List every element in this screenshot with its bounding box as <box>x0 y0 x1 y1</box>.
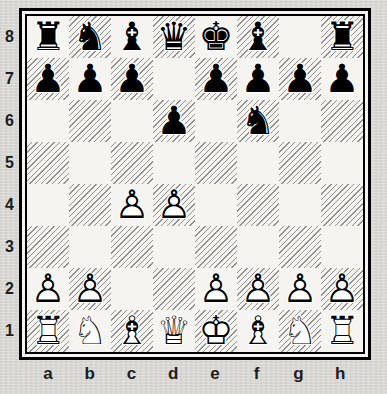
square-g2: ♟♙ <box>279 268 321 310</box>
square-d4: ♟♙ <box>153 184 195 226</box>
piece-black-pawn: ♟ <box>283 58 318 100</box>
square-e2: ♟♙ <box>195 268 237 310</box>
square-e6 <box>195 100 237 142</box>
piece-white-queen: ♛♕ <box>157 310 192 352</box>
piece-black-pawn: ♟ <box>157 100 192 142</box>
square-b8: ♞ <box>69 16 111 58</box>
square-c4: ♟♙ <box>111 184 153 226</box>
square-f8: ♝ <box>237 16 279 58</box>
piece-white-pawn: ♟♙ <box>73 268 108 310</box>
file-label-f: f <box>236 364 278 384</box>
square-d3 <box>153 226 195 268</box>
piece-white-knight: ♞♘ <box>73 310 108 352</box>
square-e4 <box>195 184 237 226</box>
square-h3 <box>321 226 363 268</box>
square-f7: ♟ <box>237 58 279 100</box>
square-g4 <box>279 184 321 226</box>
square-g5 <box>279 142 321 184</box>
rank-label-7: 7 <box>0 58 19 100</box>
rank-label-2: 2 <box>0 268 19 310</box>
square-f4 <box>237 184 279 226</box>
square-d6: ♟ <box>153 100 195 142</box>
square-b3 <box>69 226 111 268</box>
square-g3 <box>279 226 321 268</box>
square-a6 <box>27 100 69 142</box>
square-h6 <box>321 100 363 142</box>
square-e3 <box>195 226 237 268</box>
file-labels: abcdefgh <box>19 358 369 390</box>
square-h7: ♟ <box>321 58 363 100</box>
square-b6 <box>69 100 111 142</box>
chess-board: ♜♞♝♛♚♝♜♟♟♟♟♟♟♟♟♞♟♙♟♙♟♙♟♙♟♙♟♙♟♙♟♙♜♖♞♘♝♗♛♕… <box>25 14 365 354</box>
rank-label-6: 6 <box>0 100 19 142</box>
square-a3 <box>27 226 69 268</box>
piece-black-rook: ♜ <box>31 16 66 58</box>
piece-black-king: ♚ <box>199 16 234 58</box>
square-c8: ♝ <box>111 16 153 58</box>
square-c5 <box>111 142 153 184</box>
square-d8: ♛ <box>153 16 195 58</box>
piece-white-king: ♚♔ <box>199 310 234 352</box>
piece-white-pawn: ♟♙ <box>157 184 192 226</box>
file-label-g: g <box>278 364 320 384</box>
square-e8: ♚ <box>195 16 237 58</box>
square-a2: ♟♙ <box>27 268 69 310</box>
file-label-e: e <box>194 364 236 384</box>
square-a5 <box>27 142 69 184</box>
square-e7: ♟ <box>195 58 237 100</box>
file-label-d: d <box>152 364 194 384</box>
piece-black-pawn: ♟ <box>115 58 150 100</box>
piece-white-knight: ♞♘ <box>283 310 318 352</box>
piece-white-pawn: ♟♙ <box>283 268 318 310</box>
piece-white-bishop: ♝♗ <box>241 310 276 352</box>
piece-white-bishop: ♝♗ <box>115 310 150 352</box>
square-f3 <box>237 226 279 268</box>
square-f1: ♝♗ <box>237 310 279 352</box>
square-c3 <box>111 226 153 268</box>
rank-labels: 87654321 <box>0 16 19 352</box>
rank-label-5: 5 <box>0 142 19 184</box>
file-label-b: b <box>69 364 111 384</box>
rank-label-1: 1 <box>0 310 19 352</box>
chess-diagram: 87654321 ♜♞♝♛♚♝♜♟♟♟♟♟♟♟♟♞♟♙♟♙♟♙♟♙♟♙♟♙♟♙♟… <box>0 0 387 394</box>
square-d7 <box>153 58 195 100</box>
piece-white-pawn: ♟♙ <box>241 268 276 310</box>
file-label-c: c <box>111 364 153 384</box>
piece-white-pawn: ♟♙ <box>115 184 150 226</box>
square-b2: ♟♙ <box>69 268 111 310</box>
file-label-h: h <box>319 364 361 384</box>
square-f5 <box>237 142 279 184</box>
chess-board-frame: ♜♞♝♛♚♝♜♟♟♟♟♟♟♟♟♞♟♙♟♙♟♙♟♙♟♙♟♙♟♙♟♙♜♖♞♘♝♗♛♕… <box>19 8 371 360</box>
file-label-a: a <box>27 364 69 384</box>
piece-black-pawn: ♟ <box>199 58 234 100</box>
square-h1: ♜♖ <box>321 310 363 352</box>
square-f2: ♟♙ <box>237 268 279 310</box>
square-g7: ♟ <box>279 58 321 100</box>
square-h2: ♟♙ <box>321 268 363 310</box>
square-a1: ♜♖ <box>27 310 69 352</box>
rank-label-3: 3 <box>0 226 19 268</box>
square-e5 <box>195 142 237 184</box>
piece-white-rook: ♜♖ <box>31 310 66 352</box>
square-h5 <box>321 142 363 184</box>
square-g6 <box>279 100 321 142</box>
square-a7: ♟ <box>27 58 69 100</box>
square-e1: ♚♔ <box>195 310 237 352</box>
square-a8: ♜ <box>27 16 69 58</box>
square-a4 <box>27 184 69 226</box>
square-h8: ♜ <box>321 16 363 58</box>
piece-white-pawn: ♟♙ <box>31 268 66 310</box>
piece-black-pawn: ♟ <box>325 58 360 100</box>
piece-white-rook: ♜♖ <box>325 310 360 352</box>
rank-label-8: 8 <box>0 16 19 58</box>
square-b5 <box>69 142 111 184</box>
square-c6 <box>111 100 153 142</box>
piece-black-rook: ♜ <box>325 16 360 58</box>
piece-white-pawn: ♟♙ <box>325 268 360 310</box>
piece-white-pawn: ♟♙ <box>199 268 234 310</box>
square-b1: ♞♘ <box>69 310 111 352</box>
square-d1: ♛♕ <box>153 310 195 352</box>
piece-black-bishop: ♝ <box>115 16 150 58</box>
square-c7: ♟ <box>111 58 153 100</box>
square-d2 <box>153 268 195 310</box>
piece-black-pawn: ♟ <box>73 58 108 100</box>
piece-black-bishop: ♝ <box>241 16 276 58</box>
piece-black-pawn: ♟ <box>31 58 66 100</box>
piece-black-pawn: ♟ <box>241 58 276 100</box>
square-f6: ♞ <box>237 100 279 142</box>
square-c1: ♝♗ <box>111 310 153 352</box>
square-b4 <box>69 184 111 226</box>
square-h4 <box>321 184 363 226</box>
rank-label-4: 4 <box>0 184 19 226</box>
square-b7: ♟ <box>69 58 111 100</box>
square-g1: ♞♘ <box>279 310 321 352</box>
piece-black-knight: ♞ <box>241 100 276 142</box>
piece-black-queen: ♛ <box>157 16 192 58</box>
square-c2 <box>111 268 153 310</box>
square-d5 <box>153 142 195 184</box>
piece-black-knight: ♞ <box>73 16 108 58</box>
square-g8 <box>279 16 321 58</box>
